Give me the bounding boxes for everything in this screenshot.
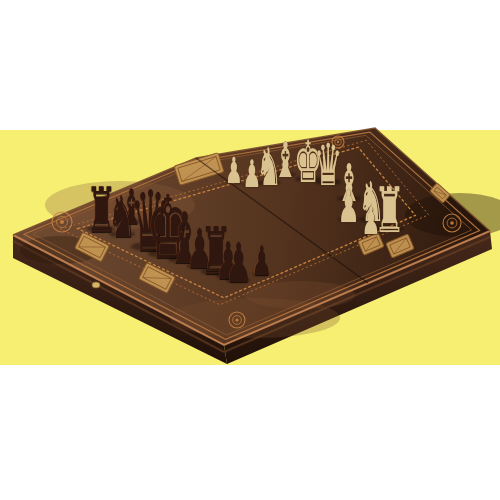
piece-shadow	[337, 196, 361, 201]
piece-shadow	[201, 268, 231, 275]
piece-dark-rook: ♜	[84, 179, 119, 242]
piece-light-rook: ♜	[372, 179, 407, 242]
piece-shadow	[274, 172, 296, 177]
piece-shadow	[359, 216, 384, 222]
piece-dark-knight: ♞	[106, 188, 138, 246]
piece-shadow	[216, 274, 240, 279]
piece-dark-queen: ♛	[127, 179, 174, 264]
piece-light-king: ♚	[292, 133, 324, 191]
piece-dark-rook: ♜	[198, 219, 234, 285]
piece-light-pawn: ♟	[361, 202, 382, 240]
piece-shadow	[87, 225, 116, 231]
piece-shadow	[252, 272, 271, 276]
piece-light-pawn: ♟	[224, 153, 244, 189]
piece-light-pawn: ♟	[336, 184, 361, 229]
piece-shadow	[109, 231, 135, 237]
piece-shadow	[295, 176, 321, 182]
piece-shadow	[315, 179, 341, 185]
piece-dark-pawn: ♟	[223, 236, 253, 291]
piece-dark-king: ♚	[144, 184, 192, 272]
piece-shadow	[226, 180, 242, 184]
piece-dark-bishop: ♝	[164, 203, 203, 274]
piece-shadow	[362, 230, 379, 234]
piece-shadow	[375, 225, 404, 231]
chess-set-product-photo: ♝♚♟♛♞♟♝♞♟♝♜♜♟♞♛♚♝♟♜♟♟♟	[0, 0, 500, 500]
piece-light-knight: ♞	[255, 141, 284, 193]
piece-shadow	[168, 256, 200, 263]
piece-shadow	[257, 180, 281, 185]
piece-dark-pawn: ♟	[184, 222, 214, 277]
piece-light-bishop: ♝	[335, 157, 364, 209]
piece-shadow	[243, 183, 260, 187]
piece-shadow	[338, 217, 358, 222]
piece-shadow	[120, 219, 142, 224]
piece-light-bishop: ♝	[272, 136, 299, 185]
piece-dark-pawn: ♟	[250, 241, 273, 282]
pieces-layer: ♝♚♟♛♞♟♝♞♟♝♜♜♟♞♛♚♝♟♜♟♟♟	[0, 0, 500, 500]
piece-light-pawn: ♟	[242, 155, 263, 193]
piece-shadow	[131, 242, 169, 251]
piece-dark-pawn: ♟	[214, 235, 243, 287]
piece-dark-bishop: ♝	[118, 183, 145, 232]
piece-shadow	[187, 263, 212, 269]
piece-light-knight: ♞	[356, 175, 386, 230]
piece-light-queen: ♛	[312, 136, 344, 194]
piece-shadow	[148, 249, 188, 258]
piece-shadow	[226, 277, 251, 283]
